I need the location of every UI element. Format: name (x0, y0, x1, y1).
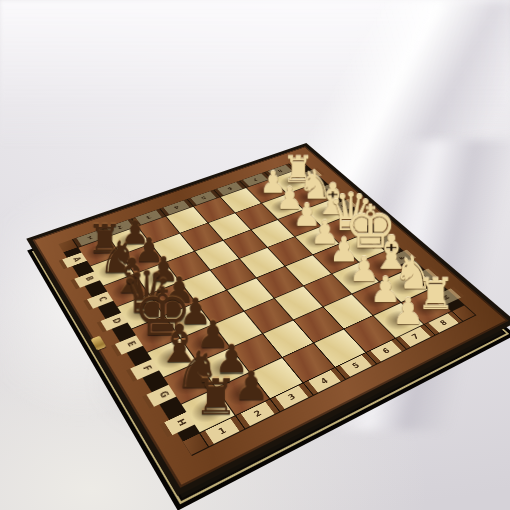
satin-fabric-background: { "game": "chess", "scene": { "descripti… (0, 0, 510, 510)
piece-dark-rook-h1[interactable]: ♜ (193, 376, 237, 421)
piece-light-pawn-h7[interactable]: ♟ (391, 295, 424, 329)
fabric-drape-top (0, 0, 510, 150)
piece-dark-pawn-h2[interactable]: ♟ (233, 367, 269, 404)
